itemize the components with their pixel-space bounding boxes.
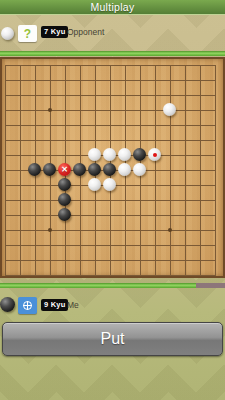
- opponent-stone-icon: [1, 27, 14, 40]
- stone-black: [103, 163, 116, 176]
- my-stone-icon: [0, 297, 15, 312]
- my-name: Me: [67, 299, 79, 311]
- stone-white: [88, 178, 101, 191]
- stone-black: [43, 163, 56, 176]
- opponent-bar: ? 7 Kyu Opponent: [0, 15, 225, 49]
- stone-white: [118, 148, 131, 161]
- page-title: Multiplay: [90, 1, 134, 13]
- stone-black: [58, 208, 71, 221]
- stone-black: [73, 163, 86, 176]
- opponent-name: Opponent: [67, 26, 104, 38]
- un-globe-icon: [23, 301, 32, 310]
- my-avatar-un-flag-icon: [18, 297, 37, 314]
- question-glyph: ?: [24, 27, 31, 41]
- opponent-time-bar: [0, 51, 225, 56]
- header-bar: Multiplay: [0, 0, 225, 15]
- put-button[interactable]: Put: [2, 322, 223, 356]
- grid-line-v: [215, 65, 216, 276]
- stone-black: [133, 148, 146, 161]
- stone-black: [88, 163, 101, 176]
- stone-white: [103, 178, 116, 191]
- star-point: [48, 228, 52, 232]
- last-move-dot: [153, 153, 157, 157]
- stone-white: [88, 148, 101, 161]
- stone-black: [58, 178, 71, 191]
- stone-white: [133, 163, 146, 176]
- opponent-avatar-question-icon: ?: [18, 25, 37, 42]
- opponent-time-fill: [0, 51, 225, 56]
- stone-white: [103, 148, 116, 161]
- stone-black: [28, 163, 41, 176]
- grid-line-h: [5, 275, 216, 276]
- screen: Multiplay ? 7 Kyu Opponent ✕ 9 Kyu Me Pu…: [0, 0, 225, 400]
- forbidden-marker: ✕: [58, 163, 71, 176]
- my-rank-badge: 9 Kyu: [41, 299, 68, 311]
- opponent-rank-badge: 7 Kyu: [41, 26, 68, 38]
- stone-white: [163, 103, 176, 116]
- star-point: [48, 108, 52, 112]
- put-button-label: Put: [100, 330, 124, 348]
- board[interactable]: ✕: [0, 57, 225, 278]
- my-bar: 9 Kyu Me: [0, 288, 225, 322]
- grid-line-h: [5, 245, 216, 246]
- grid-line-h: [5, 260, 216, 261]
- stone-white: [118, 163, 131, 176]
- star-point: [168, 228, 172, 232]
- stone-black: [58, 193, 71, 206]
- grid-line-v: [200, 65, 201, 276]
